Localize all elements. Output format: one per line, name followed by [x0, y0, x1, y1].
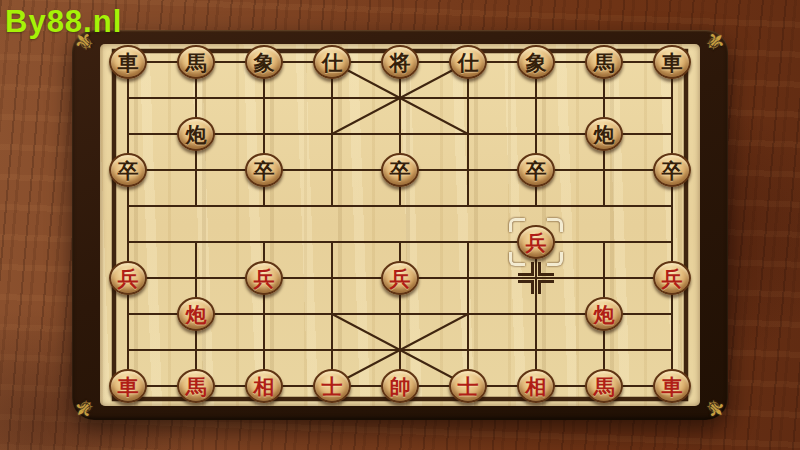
piece-black-cannon[interactable]: 炮 [177, 117, 215, 151]
piece-red-advisor[interactable]: 士 [313, 369, 351, 403]
piece-red-elephant[interactable]: 相 [245, 369, 283, 403]
piece-red-horse[interactable]: 馬 [585, 369, 623, 403]
piece-red-soldier[interactable]: 兵 [109, 261, 147, 295]
piece-black-general[interactable]: 将 [381, 45, 419, 79]
corner-ornament-icon: ⚜ [699, 26, 731, 58]
piece-red-elephant[interactable]: 相 [517, 369, 555, 403]
piece-red-soldier[interactable]: 兵 [653, 261, 691, 295]
piece-black-elephant[interactable]: 象 [517, 45, 555, 79]
piece-red-advisor[interactable]: 士 [449, 369, 487, 403]
piece-black-horse[interactable]: 馬 [177, 45, 215, 79]
piece-red-horse[interactable]: 馬 [177, 369, 215, 403]
piece-black-horse[interactable]: 馬 [585, 45, 623, 79]
piece-black-advisor[interactable]: 仕 [313, 45, 351, 79]
piece-black-soldier[interactable]: 卒 [517, 153, 555, 187]
board-grid [100, 44, 700, 406]
piece-red-chariot[interactable]: 車 [109, 369, 147, 403]
corner-ornament-icon: ⚜ [699, 392, 731, 424]
piece-red-chariot[interactable]: 車 [653, 369, 691, 403]
piece-red-cannon[interactable]: 炮 [585, 297, 623, 331]
piece-red-cannon[interactable]: 炮 [177, 297, 215, 331]
piece-black-chariot[interactable]: 車 [109, 45, 147, 79]
piece-red-soldier[interactable]: 兵 [517, 225, 555, 259]
piece-black-soldier[interactable]: 卒 [653, 153, 691, 187]
piece-black-soldier[interactable]: 卒 [381, 153, 419, 187]
corner-ornament-icon: ⚜ [69, 392, 101, 424]
piece-red-soldier[interactable]: 兵 [245, 261, 283, 295]
piece-black-soldier[interactable]: 卒 [109, 153, 147, 187]
site-logo: By88.nl [5, 4, 122, 40]
piece-red-soldier[interactable]: 兵 [381, 261, 419, 295]
piece-black-cannon[interactable]: 炮 [585, 117, 623, 151]
piece-black-chariot[interactable]: 車 [653, 45, 691, 79]
piece-black-elephant[interactable]: 象 [245, 45, 283, 79]
piece-black-soldier[interactable]: 卒 [245, 153, 283, 187]
piece-red-general[interactable]: 帥 [381, 369, 419, 403]
piece-black-advisor[interactable]: 仕 [449, 45, 487, 79]
